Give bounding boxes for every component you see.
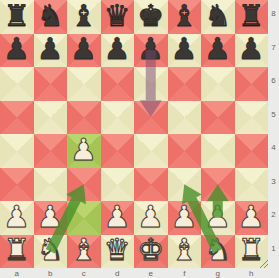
square-a4[interactable] bbox=[0, 134, 34, 168]
piece-white-rook-a1[interactable]: ♜ bbox=[3, 235, 30, 265]
square-b2[interactable]: ♟ bbox=[34, 201, 68, 235]
square-c5[interactable] bbox=[67, 101, 101, 135]
square-h6[interactable] bbox=[235, 67, 269, 101]
file-label-e: e bbox=[134, 268, 168, 278]
square-f3[interactable] bbox=[168, 168, 202, 202]
square-g4[interactable] bbox=[201, 134, 235, 168]
square-h7[interactable]: ♟ bbox=[235, 34, 269, 68]
square-e4[interactable] bbox=[134, 134, 168, 168]
piece-black-pawn-c7[interactable]: ♟ bbox=[70, 34, 97, 64]
square-d2[interactable]: ♟ bbox=[101, 201, 135, 235]
square-e5[interactable] bbox=[134, 101, 168, 135]
square-c3[interactable] bbox=[67, 168, 101, 202]
piece-black-pawn-f7[interactable]: ♟ bbox=[171, 34, 198, 64]
square-h4[interactable] bbox=[235, 134, 269, 168]
square-e8[interactable]: ♚ bbox=[134, 0, 168, 34]
piece-white-bishop-c1[interactable]: ♝ bbox=[70, 235, 97, 265]
square-g1[interactable]: ♞ bbox=[201, 235, 235, 269]
square-f4[interactable] bbox=[168, 134, 202, 168]
piece-black-bishop-c8[interactable]: ♝ bbox=[70, 1, 97, 31]
square-a7[interactable]: ♟ bbox=[0, 34, 34, 68]
square-a5[interactable] bbox=[0, 101, 34, 135]
chess-board: ♜♞♝♛♚♝♞♜♟♟♟♟♟♟♟♟♟♟♟♟♟♟♟♟♜♞♝♛♚♝♞♜ bbox=[0, 0, 268, 268]
square-c2[interactable] bbox=[67, 201, 101, 235]
square-c8[interactable]: ♝ bbox=[67, 0, 101, 34]
file-label-h: h bbox=[235, 268, 269, 278]
square-d7[interactable]: ♟ bbox=[101, 34, 135, 68]
square-a3[interactable] bbox=[0, 168, 34, 202]
square-b6[interactable] bbox=[34, 67, 68, 101]
square-h8[interactable]: ♜ bbox=[235, 0, 269, 34]
square-d4[interactable] bbox=[101, 134, 135, 168]
file-label-a: a bbox=[0, 268, 34, 278]
square-g8[interactable]: ♞ bbox=[201, 0, 235, 34]
rank-label-8: 8 bbox=[268, 0, 279, 31]
piece-black-pawn-b7[interactable]: ♟ bbox=[37, 34, 64, 64]
piece-black-pawn-h7[interactable]: ♟ bbox=[238, 34, 265, 64]
piece-white-rook-h1[interactable]: ♜ bbox=[238, 235, 265, 265]
square-h3[interactable] bbox=[235, 168, 269, 202]
square-h2[interactable]: ♟ bbox=[235, 201, 269, 235]
square-e3[interactable] bbox=[134, 168, 168, 202]
piece-white-bishop-f1[interactable]: ♝ bbox=[171, 235, 198, 265]
square-b3[interactable] bbox=[34, 168, 68, 202]
file-label-f: f bbox=[168, 268, 202, 278]
piece-white-pawn-e2[interactable]: ♟ bbox=[137, 202, 164, 232]
square-b1[interactable]: ♞ bbox=[34, 235, 68, 269]
square-a8[interactable]: ♜ bbox=[0, 0, 34, 34]
rank-label-7: 7 bbox=[268, 31, 279, 65]
rank-label-2: 2 bbox=[268, 198, 279, 232]
square-e2[interactable]: ♟ bbox=[134, 201, 168, 235]
piece-black-bishop-f8[interactable]: ♝ bbox=[171, 1, 198, 31]
file-label-d: d bbox=[101, 268, 135, 278]
piece-white-queen-d1[interactable]: ♛ bbox=[104, 235, 131, 265]
piece-black-knight-g8[interactable]: ♞ bbox=[204, 1, 231, 31]
square-g5[interactable] bbox=[201, 101, 235, 135]
square-b4[interactable] bbox=[34, 134, 68, 168]
square-g6[interactable] bbox=[201, 67, 235, 101]
piece-white-pawn-b2[interactable]: ♟ bbox=[37, 202, 64, 232]
square-d1[interactable]: ♛ bbox=[101, 235, 135, 269]
square-b5[interactable] bbox=[34, 101, 68, 135]
square-c6[interactable] bbox=[67, 67, 101, 101]
piece-black-pawn-d7[interactable]: ♟ bbox=[104, 34, 131, 64]
piece-black-rook-h8[interactable]: ♜ bbox=[238, 1, 265, 31]
square-d5[interactable] bbox=[101, 101, 135, 135]
square-c1[interactable]: ♝ bbox=[67, 235, 101, 269]
piece-black-pawn-a7[interactable]: ♟ bbox=[3, 34, 30, 64]
rank-label-6: 6 bbox=[268, 64, 279, 98]
piece-white-pawn-d2[interactable]: ♟ bbox=[104, 202, 131, 232]
square-a2[interactable]: ♟ bbox=[0, 201, 34, 235]
square-f2[interactable]: ♟ bbox=[168, 201, 202, 235]
square-b8[interactable]: ♞ bbox=[34, 0, 68, 34]
square-h1[interactable]: ♜ bbox=[235, 235, 269, 269]
file-label-c: c bbox=[67, 268, 101, 278]
piece-white-king-e1[interactable]: ♚ bbox=[137, 235, 164, 265]
rank-label-1: 1 bbox=[268, 232, 279, 266]
piece-white-knight-b1[interactable]: ♞ bbox=[37, 235, 64, 265]
board-grid: ♜♞♝♛♚♝♞♜♟♟♟♟♟♟♟♟♟♟♟♟♟♟♟♟♜♞♝♛♚♝♞♜ bbox=[0, 0, 268, 268]
square-d6[interactable] bbox=[101, 67, 135, 101]
square-f5[interactable] bbox=[168, 101, 202, 135]
square-a1[interactable]: ♜ bbox=[0, 235, 34, 269]
square-c4[interactable]: ♟ bbox=[67, 134, 101, 168]
square-d8[interactable]: ♛ bbox=[101, 0, 135, 34]
square-e1[interactable]: ♚ bbox=[134, 235, 168, 269]
square-d3[interactable] bbox=[101, 168, 135, 202]
piece-black-queen-d8[interactable]: ♛ bbox=[104, 1, 131, 31]
piece-white-pawn-a2[interactable]: ♟ bbox=[3, 202, 30, 232]
square-e6[interactable] bbox=[134, 67, 168, 101]
square-g2[interactable]: ♟ bbox=[201, 201, 235, 235]
piece-white-pawn-f2[interactable]: ♟ bbox=[171, 202, 198, 232]
piece-black-king-e8[interactable]: ♚ bbox=[137, 1, 164, 31]
square-f8[interactable]: ♝ bbox=[168, 0, 202, 34]
rank-coordinates: 87654321 bbox=[268, 0, 279, 278]
chess-analysis-board: ♜♞♝♛♚♝♞♜♟♟♟♟♟♟♟♟♟♟♟♟♟♟♟♟♜♞♝♛♚♝♞♜ 8765432… bbox=[0, 0, 279, 278]
file-label-g: g bbox=[201, 268, 235, 278]
piece-white-knight-g1[interactable]: ♞ bbox=[204, 235, 231, 265]
file-label-b: b bbox=[34, 268, 68, 278]
rank-label-5: 5 bbox=[268, 98, 279, 132]
rank-label-3: 3 bbox=[268, 165, 279, 199]
rank-label-4: 4 bbox=[268, 131, 279, 165]
square-e7[interactable]: ♟ bbox=[134, 34, 168, 68]
square-c7[interactable]: ♟ bbox=[67, 34, 101, 68]
square-h5[interactable] bbox=[235, 101, 269, 135]
square-f6[interactable] bbox=[168, 67, 202, 101]
square-g7[interactable]: ♟ bbox=[201, 34, 235, 68]
piece-black-rook-a8[interactable]: ♜ bbox=[3, 1, 30, 31]
piece-black-knight-b8[interactable]: ♞ bbox=[37, 1, 64, 31]
square-g3[interactable] bbox=[201, 168, 235, 202]
file-coordinates: abcdefgh bbox=[0, 268, 279, 278]
piece-white-pawn-c4[interactable]: ♟ bbox=[70, 135, 97, 165]
piece-black-pawn-g7[interactable]: ♟ bbox=[204, 34, 231, 64]
square-f7[interactable]: ♟ bbox=[168, 34, 202, 68]
square-b7[interactable]: ♟ bbox=[34, 34, 68, 68]
square-a6[interactable] bbox=[0, 67, 34, 101]
piece-white-pawn-g2[interactable]: ♟ bbox=[204, 202, 231, 232]
square-f1[interactable]: ♝ bbox=[168, 235, 202, 269]
piece-black-pawn-e7[interactable]: ♟ bbox=[137, 34, 164, 64]
piece-white-pawn-h2[interactable]: ♟ bbox=[238, 202, 265, 232]
